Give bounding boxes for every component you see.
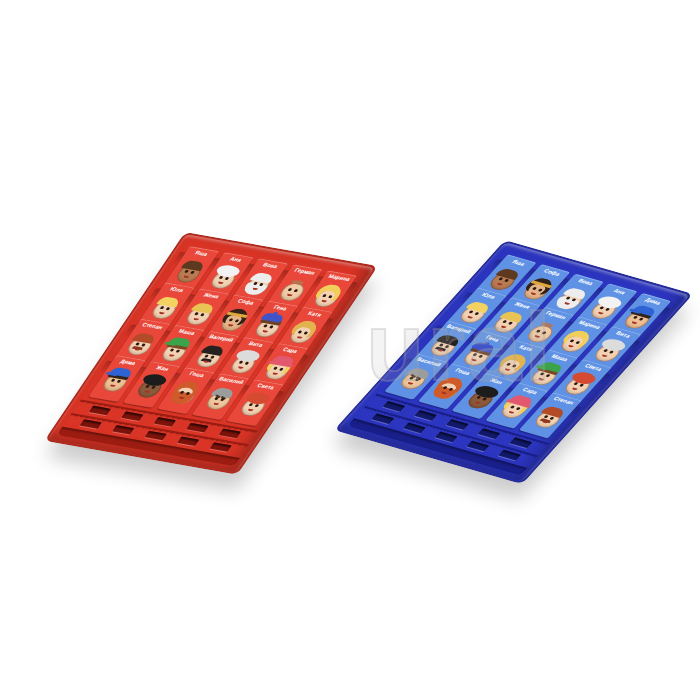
card-slot — [510, 437, 533, 448]
hair-shape — [289, 319, 321, 338]
card-slot — [210, 442, 232, 451]
product-photo-scene: ЯшаАняВоваГерманМаринаЮляЖеняСофаГенаКат… — [0, 0, 700, 700]
card-slot — [112, 425, 134, 434]
card-slot — [403, 422, 426, 433]
card-slot — [372, 413, 395, 424]
card-slot — [121, 411, 143, 420]
hair-shape — [171, 380, 203, 399]
hair-shape — [220, 307, 252, 326]
hat-hat-icon — [271, 355, 296, 366]
card-slot — [186, 423, 208, 432]
card-rows: ЯшаАняВоваГерманМаринаЮляЖеняСофаГенаКат… — [83, 243, 364, 428]
card-slot — [478, 428, 501, 439]
card-slot — [154, 417, 176, 426]
card-slot — [80, 419, 102, 428]
card-slot — [145, 431, 167, 440]
head-shape — [277, 282, 308, 303]
card-slot — [467, 441, 490, 452]
card-slot — [89, 406, 111, 415]
card-slot — [414, 410, 437, 421]
card-slot — [435, 432, 458, 443]
card-slot — [383, 401, 406, 412]
card-slot — [446, 419, 469, 430]
card-slot — [177, 436, 199, 445]
blue-player-board: ЯшаСофаВоваАняДимаЮляЖеняГерманМаринаВит… — [334, 240, 694, 484]
red-player-board: ЯшаАняВоваГерманМаринаЮляЖеняСофаГенаКат… — [44, 232, 378, 475]
hair-shape — [313, 283, 345, 302]
card-slot — [219, 429, 241, 438]
card-slot — [498, 450, 521, 461]
